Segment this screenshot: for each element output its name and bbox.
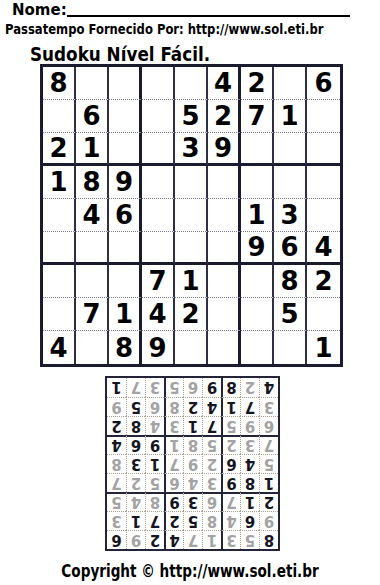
puzzle-cell-r1c3[interactable]: [109, 67, 142, 100]
puzzle-cell-r1c6[interactable]: 4: [208, 67, 241, 100]
puzzle-cell-r4c6[interactable]: [208, 166, 241, 199]
solution-cell-r1c7: 2: [145, 530, 164, 549]
puzzle-cell-r1c2[interactable]: [76, 67, 109, 100]
name-label: Nome:: [12, 2, 67, 18]
sudoku-puzzle-grid[interactable]: 842665271213918946139647182714254891: [40, 64, 343, 367]
puzzle-cell-r3c1[interactable]: 2: [43, 133, 76, 166]
solution-cell-r9c2: 2: [240, 378, 259, 397]
solution-cell-r3c4: 6: [202, 492, 221, 511]
solution-cell-r8c8: 5: [126, 397, 145, 416]
puzzle-cell-r7c3[interactable]: [109, 265, 142, 298]
puzzle-cell-r4c4[interactable]: [142, 166, 175, 199]
puzzle-cell-r9c9[interactable]: 1: [307, 331, 340, 364]
puzzle-cell-r3c9[interactable]: [307, 133, 340, 166]
solution-cell-r1c8: 9: [126, 530, 145, 549]
puzzle-cell-r4c9[interactable]: [307, 166, 340, 199]
puzzle-cell-r6c9[interactable]: 4: [307, 232, 340, 265]
solution-cell-r8c1: 3: [259, 397, 278, 416]
puzzle-cell-r5c3[interactable]: 6: [109, 199, 142, 232]
puzzle-title: Sudoku Nível Fácil.: [30, 42, 210, 66]
name-row: Nome:: [12, 2, 350, 18]
solution-cell-r2c5: 5: [183, 511, 202, 530]
puzzle-cell-r2c3[interactable]: [109, 100, 142, 133]
solution-cell-r6c4: 5: [202, 435, 221, 454]
puzzle-cell-r8c4[interactable]: 4: [142, 298, 175, 331]
puzzle-cell-r1c5[interactable]: [175, 67, 208, 100]
puzzle-cell-r8c3[interactable]: 1: [109, 298, 142, 331]
solution-cell-r4c8: 2: [126, 473, 145, 492]
solution-cell-r5c4: 2: [202, 454, 221, 473]
solution-cell-r5c9: 8: [107, 454, 126, 473]
solution-cell-r3c2: 1: [240, 492, 259, 511]
puzzle-cell-r5c5[interactable]: [175, 199, 208, 232]
solution-cell-r5c7: 1: [145, 454, 164, 473]
solution-cell-r5c3: 6: [221, 454, 240, 473]
puzzle-cell-r4c3[interactable]: 9: [109, 166, 142, 199]
solution-cell-r2c9: 3: [107, 511, 126, 530]
solution-cell-r8c3: 1: [221, 397, 240, 416]
solution-cell-r2c1: 9: [259, 511, 278, 530]
puzzle-cell-r3c6[interactable]: 9: [208, 133, 241, 166]
puzzle-cell-r8c7[interactable]: [241, 298, 274, 331]
puzzle-cell-r1c4[interactable]: [142, 67, 175, 100]
puzzle-cell-r6c1[interactable]: [43, 232, 76, 265]
solution-cell-r7c7: 4: [145, 416, 164, 435]
solution-cell-r8c9: 9: [107, 397, 126, 416]
puzzle-cell-r9c5[interactable]: [175, 331, 208, 364]
solution-cell-r7c9: 2: [107, 416, 126, 435]
puzzle-cell-r2c1[interactable]: [43, 100, 76, 133]
solution-cell-r4c7: 5: [145, 473, 164, 492]
solution-cell-r6c9: 4: [107, 435, 126, 454]
puzzle-cell-r3c4[interactable]: [142, 133, 175, 166]
puzzle-cell-r7c8[interactable]: 8: [274, 265, 307, 298]
puzzle-cell-r4c2[interactable]: 8: [76, 166, 109, 199]
solution-cell-r5c2: 4: [240, 454, 259, 473]
puzzle-cell-r3c3[interactable]: [109, 133, 142, 166]
puzzle-cell-r2c8[interactable]: 1: [274, 100, 307, 133]
solution-cell-r2c6: 2: [164, 511, 183, 530]
solution-cell-r8c5: 2: [183, 397, 202, 416]
puzzle-cell-r1c8[interactable]: [274, 67, 307, 100]
worksheet-page: Nome: Passatempo Fornecido Por: http://w…: [0, 0, 380, 585]
solution-cell-r8c2: 7: [240, 397, 259, 416]
solution-cell-r4c2: 8: [240, 473, 259, 492]
puzzle-cell-r2c6[interactable]: 2: [208, 100, 241, 133]
solution-cell-r6c7: 9: [145, 435, 164, 454]
puzzle-cell-r2c7[interactable]: 7: [241, 100, 274, 133]
puzzle-cell-r7c9[interactable]: 2: [307, 265, 340, 298]
puzzle-cell-r7c5[interactable]: 1: [175, 265, 208, 298]
provided-by-text: Passatempo Fornecido Por: http://www.sol…: [5, 21, 323, 37]
puzzle-cell-r9c2[interactable]: [76, 331, 109, 364]
solution-cell-r6c8: 6: [126, 435, 145, 454]
puzzle-cell-r5c1[interactable]: [43, 199, 76, 232]
puzzle-cell-r9c1[interactable]: 4: [43, 331, 76, 364]
solution-cell-r4c5: 4: [183, 473, 202, 492]
puzzle-cell-r9c8[interactable]: [274, 331, 307, 364]
solution-cell-r3c1: 2: [259, 492, 278, 511]
solution-cell-r9c9: 1: [107, 378, 126, 397]
solution-cell-r9c5: 6: [183, 378, 202, 397]
solution-cell-r9c6: 5: [164, 378, 183, 397]
puzzle-cell-r1c9[interactable]: 6: [307, 67, 340, 100]
solution-cell-r8c4: 4: [202, 397, 221, 416]
solution-cell-r1c1: 8: [259, 530, 278, 549]
puzzle-cell-r5c2[interactable]: 4: [76, 199, 109, 232]
solution-cell-r7c8: 8: [126, 416, 145, 435]
puzzle-cell-r2c9[interactable]: [307, 100, 340, 133]
puzzle-cell-r4c5[interactable]: [175, 166, 208, 199]
solution-cell-r3c7: 8: [145, 492, 164, 511]
puzzle-cell-r8c6[interactable]: [208, 298, 241, 331]
puzzle-cell-r7c6[interactable]: [208, 265, 241, 298]
solution-cell-r8c7: 6: [145, 397, 164, 416]
puzzle-cell-r7c4[interactable]: 7: [142, 265, 175, 298]
puzzle-cell-r1c1[interactable]: 8: [43, 67, 76, 100]
puzzle-cell-r7c2[interactable]: [76, 265, 109, 298]
solution-cell-r5c5: 9: [183, 454, 202, 473]
puzzle-cell-r5c8[interactable]: 3: [274, 199, 307, 232]
puzzle-cell-r6c8[interactable]: 6: [274, 232, 307, 265]
solution-cell-r7c1: 6: [259, 416, 278, 435]
solution-cell-r9c8: 7: [126, 378, 145, 397]
puzzle-cell-r7c7[interactable]: [241, 265, 274, 298]
puzzle-cell-r4c1[interactable]: 1: [43, 166, 76, 199]
puzzle-cell-r8c2[interactable]: 7: [76, 298, 109, 331]
solution-cell-r7c3: 5: [221, 416, 240, 435]
solution-cell-r2c7: 7: [145, 511, 164, 530]
puzzle-cell-r8c8[interactable]: 5: [274, 298, 307, 331]
puzzle-cell-r4c7[interactable]: [241, 166, 274, 199]
solution-cell-r4c6: 6: [164, 473, 183, 492]
puzzle-cell-r3c2[interactable]: 1: [76, 133, 109, 166]
solution-cell-r1c6: 4: [164, 530, 183, 549]
solution-cell-r4c9: 7: [107, 473, 126, 492]
puzzle-cell-r8c5[interactable]: 2: [175, 298, 208, 331]
solution-cell-r1c2: 5: [240, 530, 259, 549]
puzzle-cell-r1c7[interactable]: 2: [241, 67, 274, 100]
solution-cell-r3c5: 3: [183, 492, 202, 511]
solution-cell-r4c3: 9: [221, 473, 240, 492]
solution-cell-r8c6: 8: [164, 397, 183, 416]
solution-cell-r7c2: 9: [240, 416, 259, 435]
puzzle-cell-r2c5[interactable]: 5: [175, 100, 208, 133]
solution-cell-r1c5: 7: [183, 530, 202, 549]
solution-cell-r7c5: 1: [183, 416, 202, 435]
puzzle-cell-r6c7[interactable]: 9: [241, 232, 274, 265]
solution-cell-r6c6: 1: [164, 435, 183, 454]
puzzle-cell-r5c4[interactable]: [142, 199, 175, 232]
solution-cell-r2c2: 6: [240, 511, 259, 530]
puzzle-cell-r6c4[interactable]: [142, 232, 175, 265]
puzzle-cell-r4c8[interactable]: [274, 166, 307, 199]
solution-cell-r5c8: 3: [126, 454, 145, 473]
solution-cell-r7c6: 3: [164, 416, 183, 435]
puzzle-cell-r5c9[interactable]: [307, 199, 340, 232]
puzzle-cell-r7c1[interactable]: [43, 265, 76, 298]
copyright-text: Copyright © http://www.sol.eti.br: [38, 561, 342, 581]
name-blank-line[interactable]: [67, 15, 350, 17]
puzzle-cell-r3c5[interactable]: 3: [175, 133, 208, 166]
puzzle-cell-r2c2[interactable]: 6: [76, 100, 109, 133]
puzzle-cell-r6c6[interactable]: [208, 232, 241, 265]
solution-cell-r4c1: 1: [259, 473, 278, 492]
solution-cell-r3c9: 5: [107, 492, 126, 511]
solution-cell-r6c2: 3: [240, 435, 259, 454]
puzzle-cell-r6c2[interactable]: [76, 232, 109, 265]
solution-cell-r9c3: 8: [221, 378, 240, 397]
puzzle-cell-r8c1[interactable]: [43, 298, 76, 331]
solution-cell-r9c7: 3: [145, 378, 164, 397]
puzzle-cell-r9c4[interactable]: 9: [142, 331, 175, 364]
puzzle-cell-r9c3[interactable]: 8: [109, 331, 142, 364]
puzzle-cell-r9c6[interactable]: [208, 331, 241, 364]
solution-cell-r5c1: 5: [259, 454, 278, 473]
puzzle-cell-r9c7[interactable]: [241, 331, 274, 364]
solution-cell-r2c8: 1: [126, 511, 145, 530]
solution-cell-r6c3: 2: [221, 435, 240, 454]
puzzle-cell-r6c5[interactable]: [175, 232, 208, 265]
puzzle-cell-r5c6[interactable]: [208, 199, 241, 232]
solution-cell-r9c1: 4: [259, 378, 278, 397]
puzzle-cell-r5c7[interactable]: 1: [241, 199, 274, 232]
solution-cell-r1c9: 6: [107, 530, 126, 549]
solution-cell-r6c1: 7: [259, 435, 278, 454]
puzzle-cell-r8c9[interactable]: [307, 298, 340, 331]
sudoku-solution-grid-rotated: 8531742969648527132176398451893465275462…: [105, 376, 280, 551]
solution-cell-r3c3: 7: [221, 492, 240, 511]
solution-cell-r7c4: 7: [202, 416, 221, 435]
solution-cell-r2c3: 4: [221, 511, 240, 530]
puzzle-cell-r3c7[interactable]: [241, 133, 274, 166]
solution-cell-r1c4: 1: [202, 530, 221, 549]
solution-cell-r9c4: 9: [202, 378, 221, 397]
solution-cell-r4c4: 3: [202, 473, 221, 492]
puzzle-cell-r3c8[interactable]: [274, 133, 307, 166]
puzzle-cell-r2c4[interactable]: [142, 100, 175, 133]
puzzle-cell-r6c3[interactable]: [109, 232, 142, 265]
solution-cell-r1c3: 3: [221, 530, 240, 549]
solution-cell-r3c8: 4: [126, 492, 145, 511]
solution-cell-r5c6: 7: [164, 454, 183, 473]
solution-cell-r6c5: 8: [183, 435, 202, 454]
solution-cell-r2c4: 8: [202, 511, 221, 530]
solution-cell-r3c6: 9: [164, 492, 183, 511]
